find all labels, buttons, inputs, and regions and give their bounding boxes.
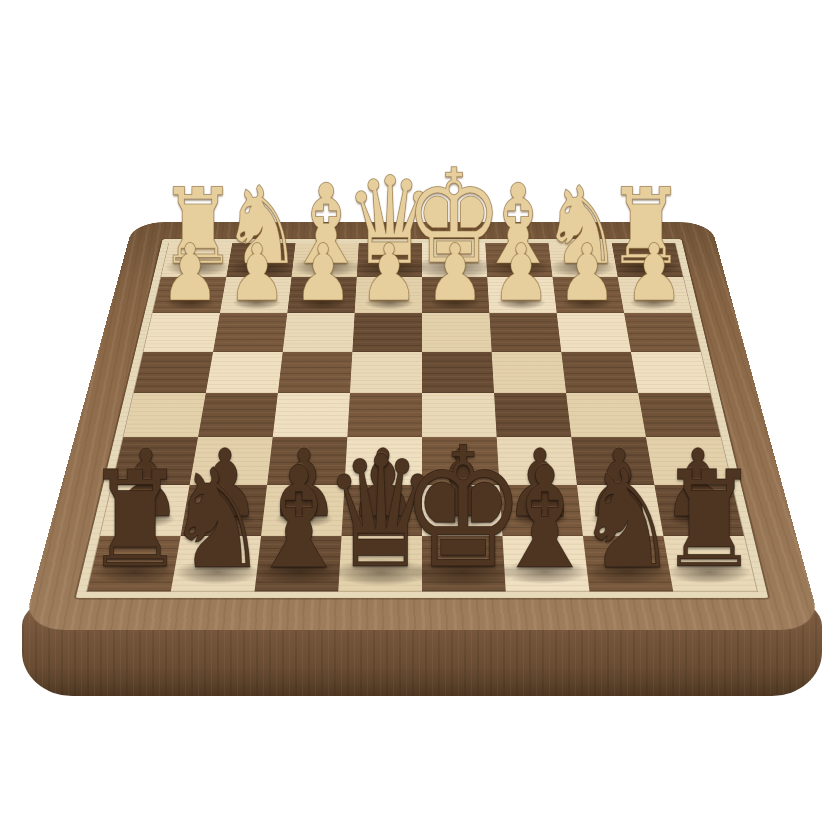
white-pawn-icon: ♟	[227, 233, 286, 312]
square-d4[interactable]	[422, 352, 494, 393]
square-g3[interactable]	[213, 313, 287, 352]
square-h4[interactable]	[134, 352, 213, 393]
black-rook-icon: ♜	[658, 455, 759, 589]
square-h3[interactable]	[143, 313, 219, 352]
square-b3[interactable]	[557, 313, 631, 352]
white-pawn-icon: ♟	[293, 233, 352, 312]
white-pawn-icon: ♟	[558, 233, 617, 312]
square-d3[interactable]	[422, 313, 492, 352]
square-f4[interactable]	[278, 352, 352, 393]
square-f3[interactable]	[283, 313, 355, 352]
white-pawn-icon: ♟	[492, 233, 551, 312]
white-pawn-icon: ♟	[425, 233, 484, 312]
square-a3[interactable]	[624, 313, 700, 352]
white-pawn-icon: ♟	[161, 233, 220, 312]
white-pawn-icon: ♟	[624, 233, 683, 312]
square-c4[interactable]	[492, 352, 566, 393]
photo-background: ♜♞♝♛♚♝♞♜♟♟♟♟♟♟♟♟♟♟♟♟♟♟♟♟♜♞♝♛♚♝♞♜	[0, 0, 840, 840]
square-a4[interactable]	[631, 352, 710, 393]
square-e4[interactable]	[350, 352, 422, 393]
square-e3[interactable]	[352, 313, 422, 352]
white-pawn-icon: ♟	[359, 233, 418, 312]
square-b4[interactable]	[561, 352, 638, 393]
square-g4[interactable]	[206, 352, 283, 393]
square-c3[interactable]	[489, 313, 561, 352]
